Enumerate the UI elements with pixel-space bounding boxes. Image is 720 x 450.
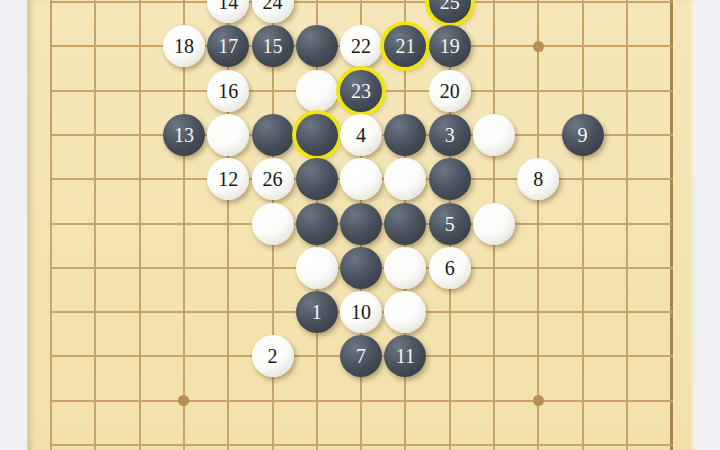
stone-move-number: 12: [218, 169, 238, 189]
stone-black-move-17: 17: [207, 25, 249, 67]
stone-white-unnumbered: [384, 291, 426, 333]
stone-move-number: 5: [445, 214, 455, 234]
stone-move-number: 10: [351, 302, 371, 322]
grid-vertical-line: [537, 0, 539, 450]
grid-vertical-line: [183, 0, 185, 450]
stone-white-unnumbered: [340, 158, 382, 200]
stone-move-number: 19: [440, 36, 460, 56]
stone-white-unnumbered: [296, 247, 338, 289]
stone-black-unnumbered: [384, 114, 426, 156]
stone-move-number: 23: [351, 81, 371, 101]
stone-move-number: 24: [263, 0, 283, 12]
stone-move-number: 15: [263, 36, 283, 56]
stone-move-number: 7: [356, 346, 366, 366]
stone-move-number: 8: [533, 169, 543, 189]
star-point: [533, 41, 544, 52]
stone-move-number: 6: [445, 258, 455, 278]
stone-move-number: 2: [268, 346, 278, 366]
stone-move-number: 18: [174, 36, 194, 56]
stone-move-number: 1: [312, 302, 322, 322]
stone-black-move-7: 7: [340, 335, 382, 377]
grid-horizontal-line: [50, 1, 673, 3]
grid-vertical-line: [227, 0, 229, 450]
stone-move-number: 13: [174, 125, 194, 145]
stone-move-number: 25: [440, 0, 460, 12]
stone-white-move-6: 6: [429, 247, 471, 289]
stone-white-move-12: 12: [207, 158, 249, 200]
stone-move-number: 9: [578, 125, 588, 145]
stone-black-unnumbered: [340, 203, 382, 245]
stone-white-move-2: 2: [252, 335, 294, 377]
stone-white-move-18: 18: [163, 25, 205, 67]
stone-black-unnumbered: [252, 114, 294, 156]
stone-black-move-3: 3: [429, 114, 471, 156]
grid-horizontal-line: [50, 400, 673, 402]
stone-black-move-15: 15: [252, 25, 294, 67]
grid-vertical-line: [50, 0, 52, 450]
stone-black-unnumbered: [296, 25, 338, 67]
stone-white-unnumbered: [296, 70, 338, 112]
stone-white-unnumbered: [384, 247, 426, 289]
stone-black-unnumbered: [429, 158, 471, 200]
stone-white-unnumbered: [207, 114, 249, 156]
stone-white-unnumbered: [384, 158, 426, 200]
stone-white-move-14: 14: [207, 0, 249, 23]
grid-vertical-line: [94, 0, 96, 450]
grid-vertical-line: [582, 0, 584, 450]
stone-move-number: 22: [351, 36, 371, 56]
stone-black-move-11: 11: [384, 335, 426, 377]
stone-black-move-21-highlighted: 21: [384, 25, 426, 67]
stone-white-move-8: 8: [517, 158, 559, 200]
stone-move-number: 3: [445, 125, 455, 145]
stone-move-number: 11: [396, 346, 415, 366]
stone-black-unnumbered: [384, 203, 426, 245]
stone-black-move-1: 1: [296, 291, 338, 333]
goban-board[interactable]: 1424251817152221191623201343912268561102…: [27, 0, 694, 450]
stone-black-unnumbered: [296, 158, 338, 200]
stone-black-move-25-highlighted: 25: [429, 0, 471, 23]
stone-black-unnumbered-highlighted: [296, 114, 338, 156]
stone-black-move-5: 5: [429, 203, 471, 245]
stone-move-number: 14: [218, 0, 238, 12]
grid-horizontal-line: [50, 444, 673, 446]
stone-move-number: 16: [218, 81, 238, 101]
stone-white-move-20: 20: [429, 70, 471, 112]
stone-white-unnumbered: [473, 114, 515, 156]
stone-white-unnumbered: [252, 203, 294, 245]
stone-white-move-10: 10: [340, 291, 382, 333]
stone-black-unnumbered: [296, 203, 338, 245]
stone-white-move-24: 24: [252, 0, 294, 23]
stone-black-unnumbered: [340, 247, 382, 289]
stone-white-unnumbered: [473, 203, 515, 245]
stone-white-move-22: 22: [340, 25, 382, 67]
grid-vertical-line: [139, 0, 141, 450]
stone-move-number: 21: [395, 36, 415, 56]
grid-vertical-line: [670, 0, 673, 450]
stone-move-number: 26: [263, 169, 283, 189]
stone-move-number: 4: [356, 125, 366, 145]
stone-black-move-19: 19: [429, 25, 471, 67]
stone-white-move-4: 4: [340, 114, 382, 156]
stone-white-move-16: 16: [207, 70, 249, 112]
stone-white-move-26: 26: [252, 158, 294, 200]
star-point: [178, 395, 189, 406]
stone-black-move-9: 9: [562, 114, 604, 156]
grid-vertical-line: [626, 0, 628, 450]
stone-black-move-23-highlighted: 23: [340, 70, 382, 112]
stone-move-number: 17: [218, 36, 238, 56]
stone-black-move-13: 13: [163, 114, 205, 156]
stone-move-number: 20: [440, 81, 460, 101]
star-point: [533, 395, 544, 406]
